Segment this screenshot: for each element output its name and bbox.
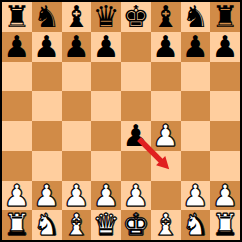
square-c1[interactable]: ♝ (62, 210, 92, 240)
square-d3[interactable] (91, 151, 121, 181)
square-f8[interactable]: ♝ (151, 2, 181, 32)
black-bishop-f8[interactable]: ♝ (152, 2, 179, 32)
square-d4[interactable] (91, 121, 121, 151)
square-c8[interactable]: ♝ (62, 2, 92, 32)
white-pawn-e2[interactable]: ♟ (122, 181, 149, 211)
black-rook-h8[interactable]: ♜ (212, 2, 239, 32)
white-knight-b1[interactable]: ♞ (33, 210, 60, 240)
white-pawn-b2[interactable]: ♟ (33, 181, 60, 211)
white-queen-d1[interactable]: ♛ (93, 210, 120, 240)
square-b8[interactable]: ♞ (32, 2, 62, 32)
black-bishop-c8[interactable]: ♝ (63, 2, 90, 32)
white-pawn-a2[interactable]: ♟ (3, 181, 30, 211)
square-d8[interactable]: ♛ (91, 2, 121, 32)
square-g7[interactable]: ♟ (181, 32, 211, 62)
square-a5[interactable] (2, 91, 32, 121)
square-a8[interactable]: ♜ (2, 2, 32, 32)
square-g5[interactable] (181, 91, 211, 121)
square-h6[interactable] (210, 62, 240, 92)
square-f3[interactable] (151, 151, 181, 181)
black-rook-a8[interactable]: ♜ (3, 2, 30, 32)
black-queen-d8[interactable]: ♛ (93, 2, 120, 32)
square-a4[interactable] (2, 121, 32, 151)
black-king-e8[interactable]: ♚ (122, 2, 149, 32)
square-d7[interactable]: ♟ (91, 32, 121, 62)
chess-board: ♜♞♝♛♚♝♞♜♟♟♟♟♟♟♟♟♟♟♟♟♟♟♟♟♜♞♝♛♚♝♞♜ (0, 0, 242, 242)
square-b4[interactable] (32, 121, 62, 151)
square-b3[interactable] (32, 151, 62, 181)
black-pawn-c7[interactable]: ♟ (63, 32, 90, 62)
white-knight-g1[interactable]: ♞ (182, 210, 209, 240)
black-knight-g8[interactable]: ♞ (182, 2, 209, 32)
square-e1[interactable]: ♚ (121, 210, 151, 240)
square-g3[interactable] (181, 151, 211, 181)
square-h3[interactable] (210, 151, 240, 181)
square-g8[interactable]: ♞ (181, 2, 211, 32)
square-c3[interactable] (62, 151, 92, 181)
white-king-e1[interactable]: ♚ (122, 210, 149, 240)
black-pawn-g7[interactable]: ♟ (182, 32, 209, 62)
square-a3[interactable] (2, 151, 32, 181)
black-pawn-f7[interactable]: ♟ (152, 32, 179, 62)
black-pawn-e4[interactable]: ♟ (122, 121, 149, 151)
square-b6[interactable] (32, 62, 62, 92)
square-c7[interactable]: ♟ (62, 32, 92, 62)
white-bishop-c1[interactable]: ♝ (63, 210, 90, 240)
square-f1[interactable]: ♝ (151, 210, 181, 240)
square-b5[interactable] (32, 91, 62, 121)
black-pawn-b7[interactable]: ♟ (33, 32, 60, 62)
square-b1[interactable]: ♞ (32, 210, 62, 240)
white-pawn-h2[interactable]: ♟ (212, 181, 239, 211)
square-e5[interactable] (121, 91, 151, 121)
black-knight-b8[interactable]: ♞ (33, 2, 60, 32)
square-e7[interactable] (121, 32, 151, 62)
square-b2[interactable]: ♟ (32, 181, 62, 211)
square-h2[interactable]: ♟ (210, 181, 240, 211)
white-pawn-c2[interactable]: ♟ (63, 181, 90, 211)
square-h5[interactable] (210, 91, 240, 121)
square-c5[interactable] (62, 91, 92, 121)
square-e2[interactable]: ♟ (121, 181, 151, 211)
square-a6[interactable] (2, 62, 32, 92)
white-rook-a1[interactable]: ♜ (3, 210, 30, 240)
board-squares: ♜♞♝♛♚♝♞♜♟♟♟♟♟♟♟♟♟♟♟♟♟♟♟♟♜♞♝♛♚♝♞♜ (2, 2, 240, 240)
square-g1[interactable]: ♞ (181, 210, 211, 240)
square-d5[interactable] (91, 91, 121, 121)
square-h4[interactable] (210, 121, 240, 151)
white-pawn-f4[interactable]: ♟ (152, 121, 179, 151)
black-pawn-a7[interactable]: ♟ (3, 32, 30, 62)
square-f4[interactable]: ♟ (151, 121, 181, 151)
square-f7[interactable]: ♟ (151, 32, 181, 62)
square-e4[interactable]: ♟ (121, 121, 151, 151)
square-c4[interactable] (62, 121, 92, 151)
white-pawn-d2[interactable]: ♟ (93, 181, 120, 211)
white-rook-h1[interactable]: ♜ (212, 210, 239, 240)
square-g2[interactable]: ♟ (181, 181, 211, 211)
square-g4[interactable] (181, 121, 211, 151)
square-h8[interactable]: ♜ (210, 2, 240, 32)
white-pawn-g2[interactable]: ♟ (182, 181, 209, 211)
square-f2[interactable] (151, 181, 181, 211)
square-f6[interactable] (151, 62, 181, 92)
square-f5[interactable] (151, 91, 181, 121)
square-c2[interactable]: ♟ (62, 181, 92, 211)
square-b7[interactable]: ♟ (32, 32, 62, 62)
square-d6[interactable] (91, 62, 121, 92)
square-a7[interactable]: ♟ (2, 32, 32, 62)
square-h1[interactable]: ♜ (210, 210, 240, 240)
square-e8[interactable]: ♚ (121, 2, 151, 32)
white-bishop-f1[interactable]: ♝ (152, 210, 179, 240)
square-h7[interactable]: ♟ (210, 32, 240, 62)
square-e3[interactable] (121, 151, 151, 181)
square-e6[interactable] (121, 62, 151, 92)
black-pawn-d7[interactable]: ♟ (93, 32, 120, 62)
square-c6[interactable] (62, 62, 92, 92)
black-pawn-h7[interactable]: ♟ (212, 32, 239, 62)
square-d1[interactable]: ♛ (91, 210, 121, 240)
square-d2[interactable]: ♟ (91, 181, 121, 211)
square-g6[interactable] (181, 62, 211, 92)
square-a1[interactable]: ♜ (2, 210, 32, 240)
square-a2[interactable]: ♟ (2, 181, 32, 211)
